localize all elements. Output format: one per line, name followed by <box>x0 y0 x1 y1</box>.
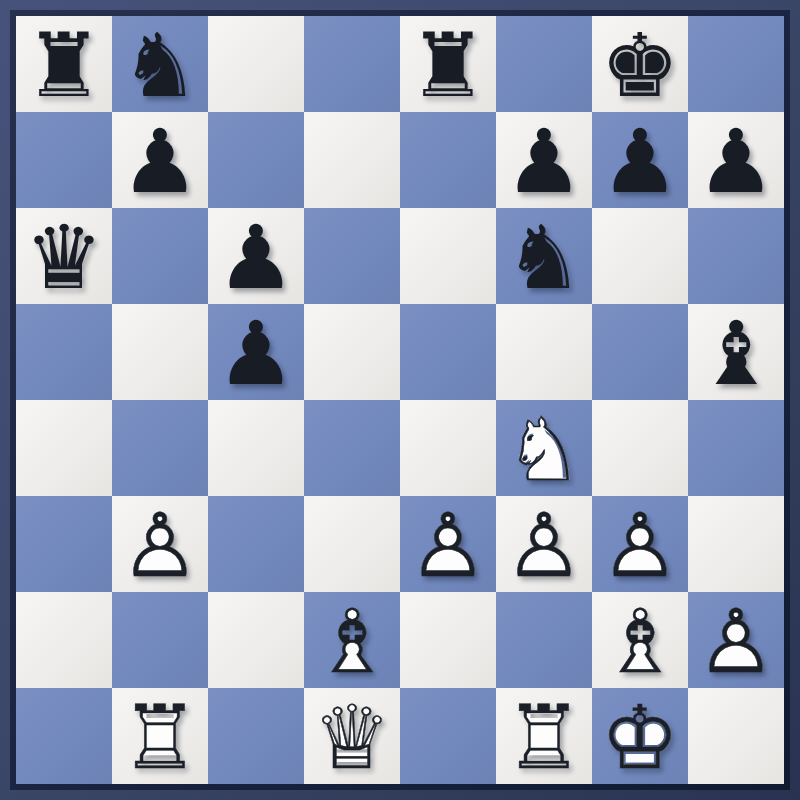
square-h4[interactable] <box>688 400 784 496</box>
black-knight[interactable]: ♞ <box>496 208 592 304</box>
black-rook[interactable]: ♜ <box>16 16 112 112</box>
square-g5[interactable] <box>592 304 688 400</box>
black-knight[interactable]: ♞ <box>112 16 208 112</box>
square-c2[interactable] <box>208 592 304 688</box>
square-a3[interactable] <box>16 496 112 592</box>
square-a2[interactable] <box>16 592 112 688</box>
black-piece-glyph: ♜ <box>400 16 496 112</box>
square-c8[interactable] <box>208 16 304 112</box>
white-piece-outline-glyph: ♙ <box>496 496 592 592</box>
black-king[interactable]: ♚ <box>592 16 688 112</box>
square-e4[interactable] <box>400 400 496 496</box>
black-rook[interactable]: ♜ <box>400 16 496 112</box>
square-e2[interactable] <box>400 592 496 688</box>
black-piece-glyph: ♚ <box>592 16 688 112</box>
square-g3[interactable]: ♟♙ <box>592 496 688 592</box>
square-h1[interactable] <box>688 688 784 784</box>
square-b4[interactable] <box>112 400 208 496</box>
black-pawn[interactable]: ♟ <box>688 112 784 208</box>
square-a1[interactable] <box>16 688 112 784</box>
square-b3[interactable]: ♟♙ <box>112 496 208 592</box>
white-piece-outline-glyph: ♘ <box>496 400 592 496</box>
white-rook[interactable]: ♜♖ <box>496 688 592 784</box>
white-piece-outline-glyph: ♗ <box>592 592 688 688</box>
black-piece-glyph: ♟ <box>688 112 784 208</box>
square-a8[interactable]: ♜ <box>16 16 112 112</box>
square-d6[interactable] <box>304 208 400 304</box>
square-h2[interactable]: ♟♙ <box>688 592 784 688</box>
white-king[interactable]: ♚♔ <box>592 688 688 784</box>
square-g6[interactable] <box>592 208 688 304</box>
square-a6[interactable]: ♛ <box>16 208 112 304</box>
white-piece-outline-glyph: ♙ <box>112 496 208 592</box>
black-piece-glyph: ♜ <box>16 16 112 112</box>
square-f1[interactable]: ♜♖ <box>496 688 592 784</box>
white-piece-outline-glyph: ♙ <box>592 496 688 592</box>
square-f8[interactable] <box>496 16 592 112</box>
black-bishop[interactable]: ♝ <box>688 304 784 400</box>
black-piece-glyph: ♟ <box>496 112 592 208</box>
square-f7[interactable]: ♟ <box>496 112 592 208</box>
square-b6[interactable] <box>112 208 208 304</box>
white-bishop[interactable]: ♝♗ <box>592 592 688 688</box>
black-pawn[interactable]: ♟ <box>496 112 592 208</box>
white-piece-outline-glyph: ♖ <box>496 688 592 784</box>
square-g2[interactable]: ♝♗ <box>592 592 688 688</box>
white-piece-outline-glyph: ♖ <box>112 688 208 784</box>
square-g1[interactable]: ♚♔ <box>592 688 688 784</box>
square-c3[interactable] <box>208 496 304 592</box>
square-f6[interactable]: ♞ <box>496 208 592 304</box>
square-a4[interactable] <box>16 400 112 496</box>
square-g8[interactable]: ♚ <box>592 16 688 112</box>
square-f4[interactable]: ♞♘ <box>496 400 592 496</box>
square-c6[interactable]: ♟ <box>208 208 304 304</box>
white-pawn[interactable]: ♟♙ <box>592 496 688 592</box>
square-b8[interactable]: ♞ <box>112 16 208 112</box>
square-b7[interactable]: ♟ <box>112 112 208 208</box>
black-piece-glyph: ♝ <box>688 304 784 400</box>
white-piece-outline-glyph: ♙ <box>400 496 496 592</box>
square-e5[interactable] <box>400 304 496 400</box>
square-e3[interactable]: ♟♙ <box>400 496 496 592</box>
black-piece-glyph: ♛ <box>16 208 112 304</box>
black-piece-glyph: ♟ <box>208 208 304 304</box>
square-g7[interactable]: ♟ <box>592 112 688 208</box>
square-d4[interactable] <box>304 400 400 496</box>
square-f5[interactable] <box>496 304 592 400</box>
square-a5[interactable] <box>16 304 112 400</box>
white-knight[interactable]: ♞♘ <box>496 400 592 496</box>
square-c7[interactable] <box>208 112 304 208</box>
board-frame: ♜♞♜♚♟♟♟♟♛♟♞♟♝♞♘♟♙♟♙♟♙♟♙♝♗♝♗♟♙♜♖♛♕♜♖♚♔ <box>0 0 800 800</box>
square-h7[interactable]: ♟ <box>688 112 784 208</box>
black-pawn[interactable]: ♟ <box>592 112 688 208</box>
white-piece-outline-glyph: ♙ <box>688 592 784 688</box>
square-h8[interactable] <box>688 16 784 112</box>
square-b1[interactable]: ♜♖ <box>112 688 208 784</box>
square-a7[interactable] <box>16 112 112 208</box>
black-piece-glyph: ♞ <box>112 16 208 112</box>
white-pawn[interactable]: ♟♙ <box>688 592 784 688</box>
square-g4[interactable] <box>592 400 688 496</box>
white-piece-outline-glyph: ♗ <box>304 592 400 688</box>
square-c5[interactable]: ♟ <box>208 304 304 400</box>
square-c1[interactable] <box>208 688 304 784</box>
white-piece-outline-glyph: ♔ <box>592 688 688 784</box>
square-d7[interactable] <box>304 112 400 208</box>
white-pawn[interactable]: ♟♙ <box>400 496 496 592</box>
square-b2[interactable] <box>112 592 208 688</box>
white-queen[interactable]: ♛♕ <box>304 688 400 784</box>
square-e6[interactable] <box>400 208 496 304</box>
square-e1[interactable] <box>400 688 496 784</box>
black-piece-glyph: ♟ <box>112 112 208 208</box>
white-rook[interactable]: ♜♖ <box>112 688 208 784</box>
black-queen[interactable]: ♛ <box>16 208 112 304</box>
square-d2[interactable]: ♝♗ <box>304 592 400 688</box>
square-d5[interactable] <box>304 304 400 400</box>
white-pawn[interactable]: ♟♙ <box>496 496 592 592</box>
white-bishop[interactable]: ♝♗ <box>304 592 400 688</box>
black-piece-glyph: ♞ <box>496 208 592 304</box>
black-pawn[interactable]: ♟ <box>112 112 208 208</box>
black-pawn[interactable]: ♟ <box>208 304 304 400</box>
square-d3[interactable] <box>304 496 400 592</box>
square-f2[interactable] <box>496 592 592 688</box>
square-f3[interactable]: ♟♙ <box>496 496 592 592</box>
white-piece-outline-glyph: ♕ <box>304 688 400 784</box>
board-frame-inner-line: ♜♞♜♚♟♟♟♟♛♟♞♟♝♞♘♟♙♟♙♟♙♟♙♝♗♝♗♟♙♜♖♛♕♜♖♚♔ <box>10 10 790 790</box>
square-e7[interactable] <box>400 112 496 208</box>
board: ♜♞♜♚♟♟♟♟♛♟♞♟♝♞♘♟♙♟♙♟♙♟♙♝♗♝♗♟♙♜♖♛♕♜♖♚♔ <box>16 16 784 784</box>
black-piece-glyph: ♟ <box>208 304 304 400</box>
white-pawn[interactable]: ♟♙ <box>112 496 208 592</box>
square-d1[interactable]: ♛♕ <box>304 688 400 784</box>
square-e8[interactable]: ♜ <box>400 16 496 112</box>
square-h5[interactable]: ♝ <box>688 304 784 400</box>
square-d8[interactable] <box>304 16 400 112</box>
square-b5[interactable] <box>112 304 208 400</box>
black-piece-glyph: ♟ <box>592 112 688 208</box>
black-pawn[interactable]: ♟ <box>208 208 304 304</box>
square-c4[interactable] <box>208 400 304 496</box>
square-h6[interactable] <box>688 208 784 304</box>
square-h3[interactable] <box>688 496 784 592</box>
